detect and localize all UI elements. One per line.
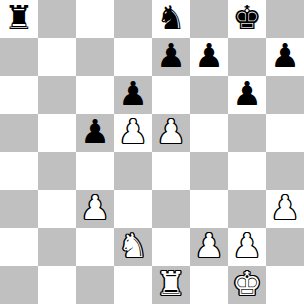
square-d6[interactable]: ♟ bbox=[114, 76, 152, 114]
piece-black-rook: ♜ bbox=[4, 0, 34, 37]
square-h1[interactable] bbox=[266, 266, 304, 304]
square-f5[interactable] bbox=[190, 114, 228, 152]
square-a7[interactable] bbox=[0, 38, 38, 76]
square-c4[interactable] bbox=[76, 152, 114, 190]
square-e4[interactable] bbox=[152, 152, 190, 190]
piece-white-pawn: ♟ bbox=[194, 228, 224, 265]
piece-white-pawn: ♟ bbox=[156, 114, 186, 151]
square-c3[interactable]: ♟ bbox=[76, 190, 114, 228]
square-c8[interactable] bbox=[76, 0, 114, 38]
square-c5[interactable]: ♟ bbox=[76, 114, 114, 152]
square-f2[interactable]: ♟ bbox=[190, 228, 228, 266]
square-b5[interactable] bbox=[38, 114, 76, 152]
square-b6[interactable] bbox=[38, 76, 76, 114]
square-d2[interactable]: ♞ bbox=[114, 228, 152, 266]
square-d5[interactable]: ♟ bbox=[114, 114, 152, 152]
square-e7[interactable]: ♟ bbox=[152, 38, 190, 76]
square-g6[interactable]: ♟ bbox=[228, 76, 266, 114]
square-a8[interactable]: ♜ bbox=[0, 0, 38, 38]
piece-white-pawn: ♟ bbox=[118, 114, 148, 151]
square-a3[interactable] bbox=[0, 190, 38, 228]
square-b4[interactable] bbox=[38, 152, 76, 190]
piece-black-pawn: ♟ bbox=[232, 76, 262, 113]
square-b8[interactable] bbox=[38, 0, 76, 38]
square-b7[interactable] bbox=[38, 38, 76, 76]
piece-black-king: ♚ bbox=[232, 0, 262, 37]
square-a5[interactable] bbox=[0, 114, 38, 152]
square-g8[interactable]: ♚ bbox=[228, 0, 266, 38]
square-e6[interactable] bbox=[152, 76, 190, 114]
piece-black-pawn: ♟ bbox=[118, 76, 148, 113]
piece-white-knight: ♞ bbox=[118, 228, 148, 265]
square-c7[interactable] bbox=[76, 38, 114, 76]
square-a1[interactable] bbox=[0, 266, 38, 304]
square-e2[interactable] bbox=[152, 228, 190, 266]
square-f1[interactable] bbox=[190, 266, 228, 304]
square-e1[interactable]: ♜ bbox=[152, 266, 190, 304]
square-a4[interactable] bbox=[0, 152, 38, 190]
square-g5[interactable] bbox=[228, 114, 266, 152]
square-h2[interactable] bbox=[266, 228, 304, 266]
piece-black-pawn: ♟ bbox=[80, 114, 110, 151]
square-b3[interactable] bbox=[38, 190, 76, 228]
square-b1[interactable] bbox=[38, 266, 76, 304]
square-g2[interactable]: ♟ bbox=[228, 228, 266, 266]
square-f8[interactable] bbox=[190, 0, 228, 38]
square-d1[interactable] bbox=[114, 266, 152, 304]
square-h3[interactable]: ♟ bbox=[266, 190, 304, 228]
square-d4[interactable] bbox=[114, 152, 152, 190]
piece-black-pawn: ♟ bbox=[270, 38, 300, 75]
square-g4[interactable] bbox=[228, 152, 266, 190]
piece-white-rook: ♜ bbox=[156, 266, 186, 303]
square-h5[interactable] bbox=[266, 114, 304, 152]
square-c2[interactable] bbox=[76, 228, 114, 266]
square-e5[interactable]: ♟ bbox=[152, 114, 190, 152]
square-c1[interactable] bbox=[76, 266, 114, 304]
chess-board: ♜♞♚♟♟♟♟♟♟♟♟♟♟♞♟♟♜♚ bbox=[0, 0, 304, 304]
square-h4[interactable] bbox=[266, 152, 304, 190]
piece-white-pawn: ♟ bbox=[232, 228, 262, 265]
square-d3[interactable] bbox=[114, 190, 152, 228]
square-g7[interactable] bbox=[228, 38, 266, 76]
square-d8[interactable] bbox=[114, 0, 152, 38]
square-h8[interactable] bbox=[266, 0, 304, 38]
square-d7[interactable] bbox=[114, 38, 152, 76]
square-f4[interactable] bbox=[190, 152, 228, 190]
square-g1[interactable]: ♚ bbox=[228, 266, 266, 304]
piece-white-king: ♚ bbox=[232, 266, 262, 303]
square-g3[interactable] bbox=[228, 190, 266, 228]
square-a6[interactable] bbox=[0, 76, 38, 114]
square-f6[interactable] bbox=[190, 76, 228, 114]
square-b2[interactable] bbox=[38, 228, 76, 266]
square-a2[interactable] bbox=[0, 228, 38, 266]
piece-black-knight: ♞ bbox=[156, 0, 186, 37]
square-e8[interactable]: ♞ bbox=[152, 0, 190, 38]
square-h6[interactable] bbox=[266, 76, 304, 114]
square-c6[interactable] bbox=[76, 76, 114, 114]
piece-black-pawn: ♟ bbox=[156, 38, 186, 75]
piece-black-pawn: ♟ bbox=[194, 38, 224, 75]
piece-white-pawn: ♟ bbox=[80, 190, 110, 227]
square-f7[interactable]: ♟ bbox=[190, 38, 228, 76]
square-f3[interactable] bbox=[190, 190, 228, 228]
piece-white-pawn: ♟ bbox=[270, 190, 300, 227]
square-e3[interactable] bbox=[152, 190, 190, 228]
square-h7[interactable]: ♟ bbox=[266, 38, 304, 76]
